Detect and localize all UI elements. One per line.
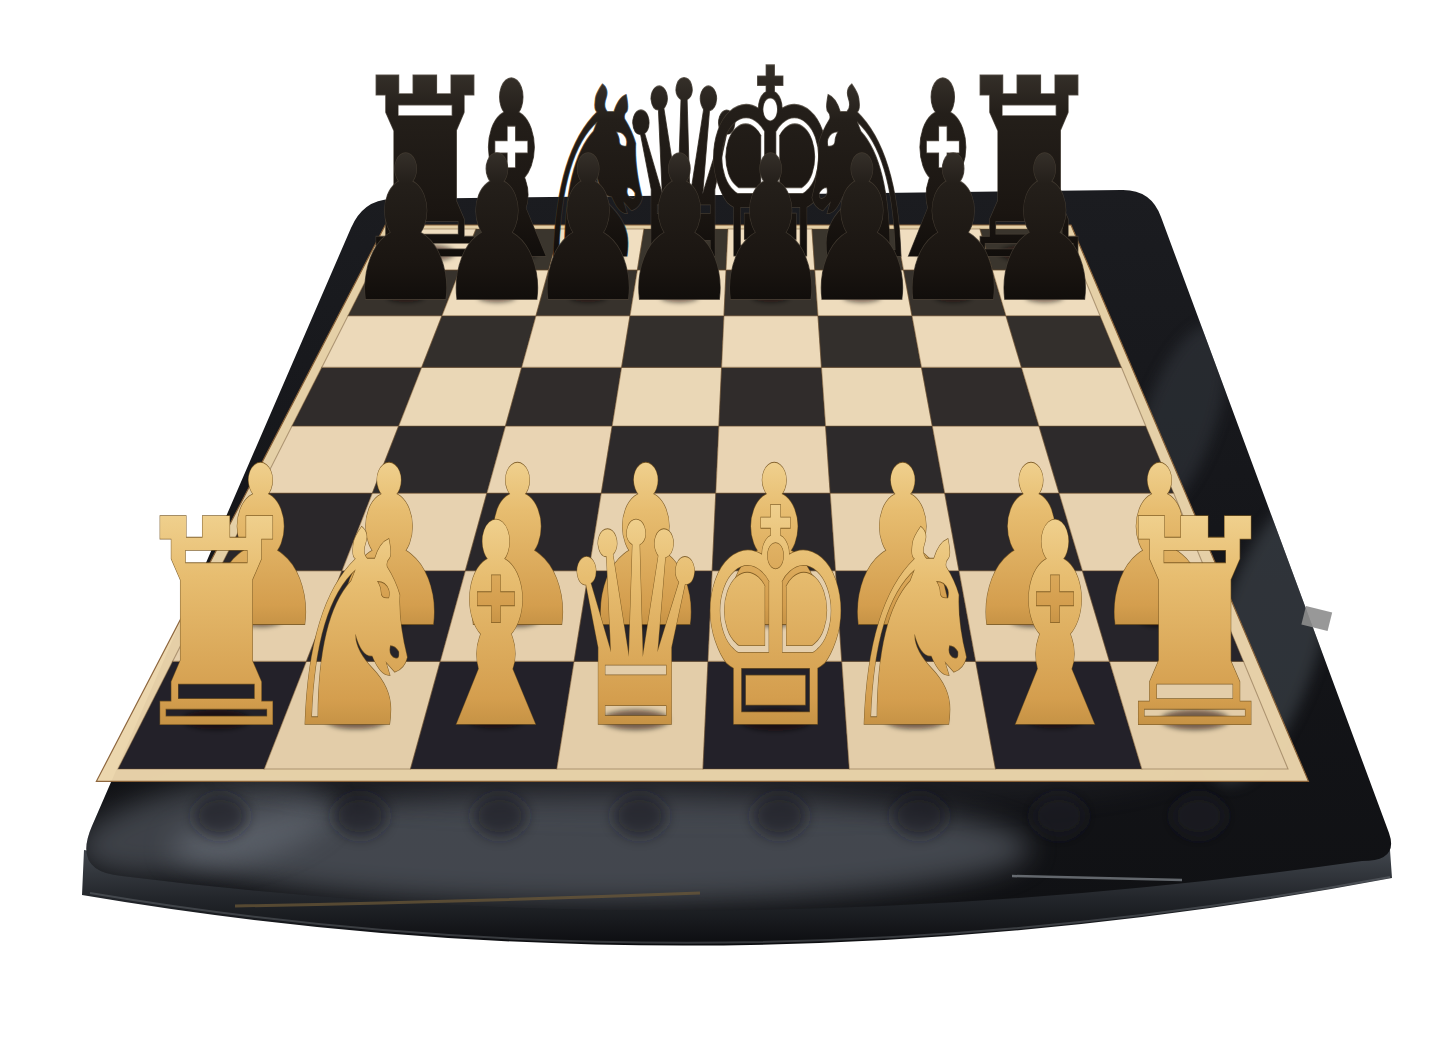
- square-e5: [719, 367, 826, 426]
- margin-reflection-b1: [334, 795, 387, 837]
- board-svg: ♜♝♞♛♚♞♝♜♟♟♟♟♟♟♟♟♟♟♟♟♟♟♟♟♜♞♝♛♚♞♝♜: [0, 0, 1445, 1040]
- piece-white-king-e1: ♚: [692, 445, 859, 795]
- piece-white-rook-h1: ♜: [1105, 460, 1284, 791]
- margin-reflection-e1: [753, 795, 806, 837]
- margin-reflection-h1: [1172, 795, 1225, 837]
- piece-white-queen-d1: ♛: [558, 464, 714, 790]
- margin-reflection-f1: [893, 795, 946, 837]
- margin-reflection-a1: [194, 795, 247, 837]
- square-c5: [506, 367, 622, 426]
- square-d5: [612, 367, 721, 426]
- margin-reflection-g1: [1032, 795, 1085, 837]
- piece-white-bishop-c1: ♝: [421, 464, 572, 789]
- chess-set-photo: ♜♝♞♛♚♞♝♜♟♟♟♟♟♟♟♟♟♟♟♟♟♟♟♟♜♞♝♛♚♞♝♜: [0, 0, 1445, 1040]
- margin-reflection-c1: [473, 795, 526, 837]
- square-g5: [922, 367, 1040, 426]
- piece-black-pawn-h7: ♟: [984, 114, 1106, 347]
- piece-white-knight-b1: ♞: [276, 474, 436, 788]
- margin-reflection-d1: [613, 795, 666, 837]
- square-f5: [822, 367, 933, 426]
- piece-white-knight-f1: ♞: [835, 474, 995, 788]
